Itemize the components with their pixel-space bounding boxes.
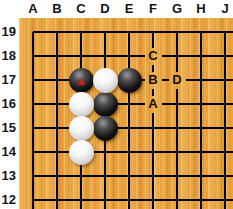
white-stone-c14[interactable] xyxy=(69,140,94,165)
coord-row-15: 15 xyxy=(0,119,16,137)
white-stone-c16[interactable] xyxy=(69,92,94,117)
coord-col-B: B xyxy=(47,1,67,17)
coord-row-17: 17 xyxy=(0,71,16,89)
coord-row-13: 13 xyxy=(0,167,16,185)
black-stone-d16[interactable] xyxy=(93,92,118,117)
white-stone-c15[interactable] xyxy=(69,116,94,141)
coord-col-J: J xyxy=(215,1,233,17)
black-stone-d15[interactable] xyxy=(93,116,118,141)
triangle-mark-icon: ▲ xyxy=(69,68,94,93)
go-board[interactable]: ▲CBDA xyxy=(19,18,233,209)
coord-col-G: G xyxy=(167,1,187,17)
coord-col-D: D xyxy=(95,1,115,17)
black-stone-e17[interactable] xyxy=(117,68,142,93)
black-stone-c17[interactable]: ▲ xyxy=(69,68,94,93)
coord-col-H: H xyxy=(191,1,211,17)
go-diagram-screenshot: ▲CBDA ABCDEFGHJ1918171615141312 xyxy=(0,0,233,209)
point-label-b[interactable]: B xyxy=(144,71,162,89)
coord-row-18: 18 xyxy=(0,47,16,65)
coord-row-12: 12 xyxy=(0,191,16,209)
point-label-d[interactable]: D xyxy=(168,71,186,89)
coord-row-16: 16 xyxy=(0,95,16,113)
coord-row-19: 19 xyxy=(0,23,16,41)
white-stone-d17[interactable] xyxy=(93,68,118,93)
coord-col-F: F xyxy=(143,1,163,17)
coord-row-14: 14 xyxy=(0,143,16,161)
grid-lines xyxy=(19,18,233,209)
coord-col-A: A xyxy=(23,1,43,17)
coord-col-E: E xyxy=(119,1,139,17)
point-label-a[interactable]: A xyxy=(144,95,162,113)
point-label-c[interactable]: C xyxy=(144,47,162,65)
coord-col-C: C xyxy=(71,1,91,17)
